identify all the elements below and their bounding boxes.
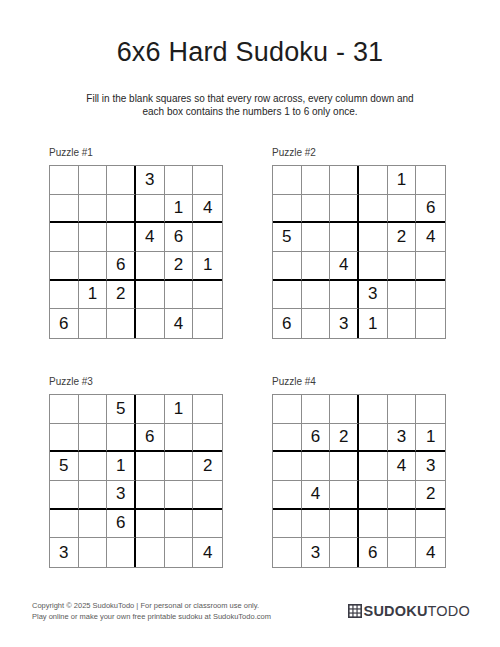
empty-cell-r1c2	[79, 166, 108, 195]
empty-cell-r5c4	[359, 510, 388, 539]
given-cell-r1c3: 5	[107, 395, 136, 424]
empty-cell-r4c6	[416, 252, 445, 281]
empty-cell-r6c2	[302, 309, 331, 338]
empty-cell-r6c1	[273, 538, 302, 567]
empty-cell-r6c5	[388, 538, 417, 567]
given-cell-r4c3: 3	[107, 481, 136, 510]
empty-cell-r1c3	[107, 166, 136, 195]
empty-cell-r1c1	[50, 395, 79, 424]
empty-cell-r5c1	[50, 281, 79, 310]
empty-cell-r4c1	[50, 481, 79, 510]
empty-cell-r2c2	[302, 195, 331, 224]
given-cell-r2c6: 6	[416, 195, 445, 224]
given-cell-r6c3: 3	[330, 309, 359, 338]
empty-cell-r3c2	[302, 452, 331, 481]
empty-cell-r5c5	[165, 510, 194, 539]
empty-cell-r5c5	[388, 510, 417, 539]
empty-cell-r2c3	[107, 195, 136, 224]
instructions-line-1: Fill in the blank squares so that every …	[86, 93, 413, 104]
sudoku-worksheet-page: 6x6 Hard Sudoku - 31 Fill in the blank s…	[0, 37, 500, 568]
logo-todo-text: TODO	[428, 603, 470, 619]
given-cell-r3c6: 2	[193, 452, 222, 481]
given-cell-r3c1: 5	[50, 452, 79, 481]
given-cell-r1c5: 1	[165, 395, 194, 424]
empty-cell-r4c1	[273, 252, 302, 281]
given-cell-r3c5: 4	[388, 452, 417, 481]
empty-cell-r1c1	[273, 395, 302, 424]
given-cell-r2c5: 3	[388, 424, 417, 453]
empty-cell-r2c5	[388, 195, 417, 224]
logo-wordmark: SUDOKUTODO	[364, 603, 470, 619]
empty-cell-r1c2	[302, 166, 331, 195]
puzzle-1: Puzzle #1 314466211264	[49, 147, 223, 339]
empty-cell-r1c1	[273, 166, 302, 195]
copyright-line-2: Play online or make your own free printa…	[32, 611, 271, 622]
instructions-text: Fill in the blank squares so that every …	[0, 93, 500, 118]
empty-cell-r2c2	[79, 424, 108, 453]
empty-cell-r5c4	[136, 510, 165, 539]
given-cell-r3c5: 6	[165, 223, 194, 252]
empty-cell-r6c4	[136, 538, 165, 567]
empty-cell-r4c4	[136, 481, 165, 510]
given-cell-r4c3: 4	[330, 252, 359, 281]
puzzles-layout: Puzzle #1 314466211264 Puzzle #2 1652443…	[49, 147, 500, 568]
sudokutodo-logo: SUDOKUTODO	[348, 603, 470, 619]
given-cell-r2c3: 2	[330, 424, 359, 453]
sudoku-grid-3: 5165123634	[49, 394, 223, 568]
empty-cell-r4c1	[50, 252, 79, 281]
empty-cell-r5c1	[273, 510, 302, 539]
sudoku-grid-1: 314466211264	[49, 165, 223, 339]
empty-cell-r5c5	[388, 281, 417, 310]
empty-cell-r4c5	[165, 481, 194, 510]
empty-cell-r1c5	[165, 166, 194, 195]
empty-cell-r5c6	[193, 281, 222, 310]
empty-cell-r2c2	[79, 195, 108, 224]
empty-cell-r1c3	[330, 166, 359, 195]
given-cell-r6c4: 1	[359, 309, 388, 338]
empty-cell-r3c3	[330, 223, 359, 252]
empty-cell-r5c1	[50, 510, 79, 539]
given-cell-r4c6: 2	[416, 481, 445, 510]
empty-cell-r5c5	[165, 281, 194, 310]
logo-sudoku-text: SUDOKU	[364, 603, 428, 619]
given-cell-r4c5: 2	[165, 252, 194, 281]
empty-cell-r5c2	[302, 281, 331, 310]
empty-cell-r4c2	[79, 252, 108, 281]
empty-cell-r2c1	[273, 424, 302, 453]
given-cell-r4c3: 6	[107, 252, 136, 281]
given-cell-r2c5: 1	[165, 195, 194, 224]
given-cell-r3c1: 5	[273, 223, 302, 252]
puzzle-2: Puzzle #2 1652443631	[272, 147, 446, 339]
sudoku-grid-2: 1652443631	[272, 165, 446, 339]
copyright-line-1: Copyright © 2025 SudokuTodo | For person…	[32, 600, 271, 611]
empty-cell-r5c6	[416, 281, 445, 310]
given-cell-r2c6: 1	[416, 424, 445, 453]
empty-cell-r5c3	[330, 281, 359, 310]
empty-cell-r6c4	[136, 309, 165, 338]
instructions-line-2: each box contains the numbers 1 to 6 onl…	[142, 106, 357, 117]
given-cell-r5c4: 3	[359, 281, 388, 310]
empty-cell-r2c3	[330, 195, 359, 224]
empty-cell-r2c6	[193, 424, 222, 453]
given-cell-r6c1: 6	[273, 309, 302, 338]
empty-cell-r3c2	[302, 223, 331, 252]
puzzle-3-label: Puzzle #3	[49, 376, 223, 388]
given-cell-r2c2: 6	[302, 424, 331, 453]
empty-cell-r2c1	[273, 195, 302, 224]
puzzle-2-label: Puzzle #2	[272, 147, 446, 159]
empty-cell-r3c2	[79, 223, 108, 252]
given-cell-r3c3: 1	[107, 452, 136, 481]
empty-cell-r1c6	[416, 166, 445, 195]
empty-cell-r4c3	[330, 481, 359, 510]
empty-cell-r3c4	[136, 452, 165, 481]
empty-cell-r2c4	[359, 424, 388, 453]
given-cell-r1c5: 1	[388, 166, 417, 195]
empty-cell-r3c4	[359, 223, 388, 252]
given-cell-r6c6: 4	[416, 538, 445, 567]
empty-cell-r1c2	[79, 395, 108, 424]
empty-cell-r4c1	[273, 481, 302, 510]
empty-cell-r4c2	[302, 252, 331, 281]
puzzle-4: Puzzle #4 62314342364	[272, 376, 446, 568]
empty-cell-r2c1	[50, 424, 79, 453]
empty-cell-r6c5	[388, 309, 417, 338]
empty-cell-r5c2	[79, 510, 108, 539]
sudoku-grid-icon	[348, 604, 362, 618]
given-cell-r4c6: 1	[193, 252, 222, 281]
empty-cell-r3c5	[165, 452, 194, 481]
empty-cell-r6c3	[107, 309, 136, 338]
empty-cell-r5c1	[273, 281, 302, 310]
empty-cell-r1c4	[359, 395, 388, 424]
empty-cell-r2c5	[165, 424, 194, 453]
empty-cell-r4c2	[79, 481, 108, 510]
given-cell-r6c6: 4	[193, 538, 222, 567]
empty-cell-r1c4	[136, 395, 165, 424]
empty-cell-r6c3	[107, 538, 136, 567]
given-cell-r5c3: 6	[107, 510, 136, 539]
given-cell-r3c5: 2	[388, 223, 417, 252]
empty-cell-r3c1	[273, 452, 302, 481]
empty-cell-r6c2	[79, 538, 108, 567]
puzzle-4-label: Puzzle #4	[272, 376, 446, 388]
given-cell-r2c6: 4	[193, 195, 222, 224]
empty-cell-r1c3	[330, 395, 359, 424]
puzzle-1-label: Puzzle #1	[49, 147, 223, 159]
empty-cell-r2c4	[136, 195, 165, 224]
empty-cell-r4c6	[193, 481, 222, 510]
empty-cell-r1c6	[193, 166, 222, 195]
empty-cell-r4c5	[388, 481, 417, 510]
empty-cell-r6c3	[330, 538, 359, 567]
given-cell-r3c4: 4	[136, 223, 165, 252]
empty-cell-r2c1	[50, 195, 79, 224]
empty-cell-r1c6	[416, 395, 445, 424]
empty-cell-r3c3	[330, 452, 359, 481]
empty-cell-r1c6	[193, 395, 222, 424]
empty-cell-r6c6	[193, 309, 222, 338]
given-cell-r2c4: 6	[136, 424, 165, 453]
page-title: 6x6 Hard Sudoku - 31	[0, 37, 500, 68]
puzzle-3: Puzzle #3 5165123634	[49, 376, 223, 568]
empty-cell-r2c4	[359, 195, 388, 224]
empty-cell-r4c4	[359, 252, 388, 281]
empty-cell-r6c2	[79, 309, 108, 338]
given-cell-r6c1: 6	[50, 309, 79, 338]
empty-cell-r1c5	[388, 395, 417, 424]
given-cell-r4c2: 4	[302, 481, 331, 510]
given-cell-r3c6: 4	[416, 223, 445, 252]
empty-cell-r6c6	[416, 309, 445, 338]
empty-cell-r4c4	[136, 252, 165, 281]
empty-cell-r3c6	[193, 223, 222, 252]
empty-cell-r3c3	[107, 223, 136, 252]
empty-cell-r5c2	[302, 510, 331, 539]
empty-cell-r4c5	[388, 252, 417, 281]
empty-cell-r6c5	[165, 538, 194, 567]
empty-cell-r4c4	[359, 481, 388, 510]
given-cell-r6c4: 6	[359, 538, 388, 567]
empty-cell-r3c1	[50, 223, 79, 252]
given-cell-r6c5: 4	[165, 309, 194, 338]
empty-cell-r5c6	[416, 510, 445, 539]
given-cell-r6c2: 3	[302, 538, 331, 567]
given-cell-r5c2: 1	[79, 281, 108, 310]
empty-cell-r5c6	[193, 510, 222, 539]
empty-cell-r1c1	[50, 166, 79, 195]
empty-cell-r2c3	[107, 424, 136, 453]
given-cell-r5c3: 2	[107, 281, 136, 310]
given-cell-r1c4: 3	[136, 166, 165, 195]
empty-cell-r5c3	[330, 510, 359, 539]
given-cell-r6c1: 3	[50, 538, 79, 567]
empty-cell-r3c4	[359, 452, 388, 481]
copyright-text: Copyright © 2025 SudokuTodo | For person…	[32, 600, 271, 622]
empty-cell-r5c4	[136, 281, 165, 310]
given-cell-r3c6: 3	[416, 452, 445, 481]
empty-cell-r1c4	[359, 166, 388, 195]
empty-cell-r1c2	[302, 395, 331, 424]
empty-cell-r3c2	[79, 452, 108, 481]
page-footer: Copyright © 2025 SudokuTodo | For person…	[0, 600, 500, 622]
sudoku-grid-4: 62314342364	[272, 394, 446, 568]
